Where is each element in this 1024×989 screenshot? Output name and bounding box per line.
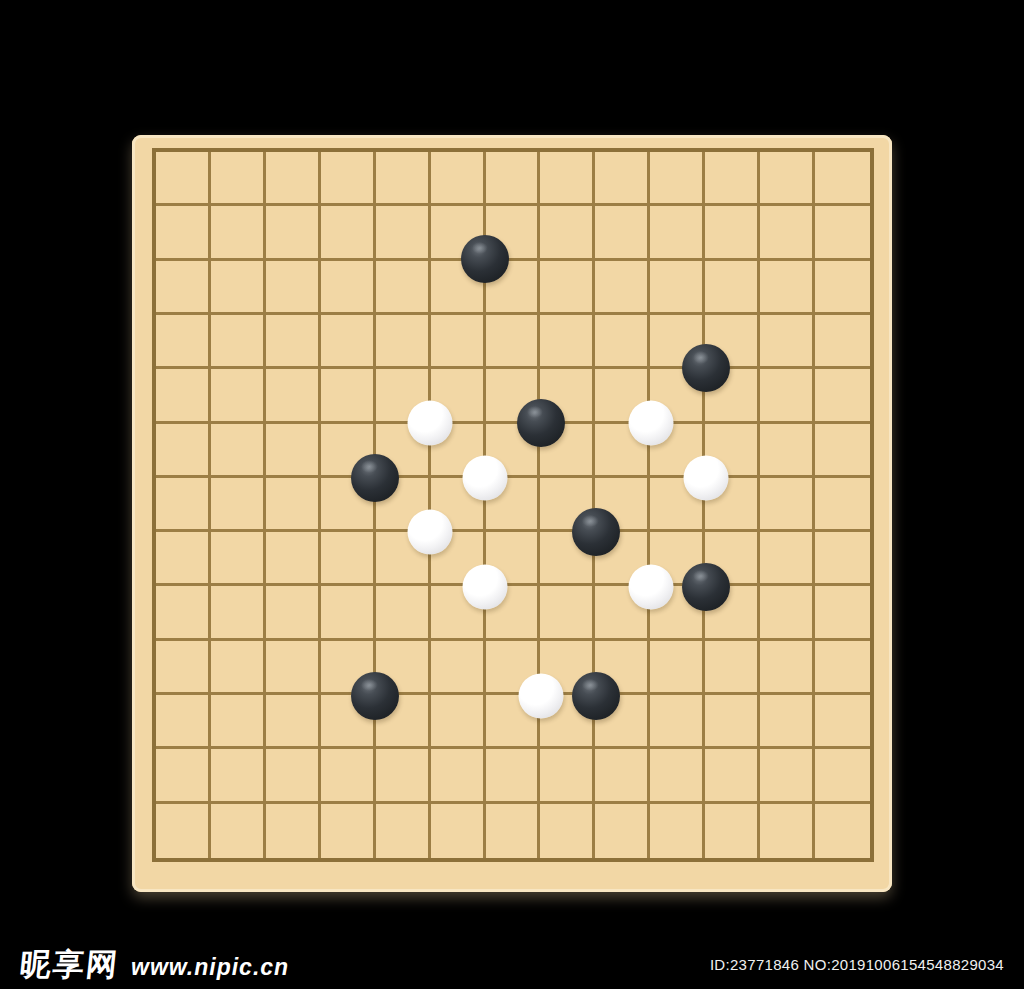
board-cell [156,315,211,369]
board-cell [431,749,486,803]
board-cell [431,369,486,423]
board-cell [540,315,595,369]
board-cell [376,152,431,206]
board-cell [321,206,376,260]
board-cell [211,424,266,478]
board-cell [266,152,321,206]
board-cell [431,261,486,315]
board-cell [376,695,431,749]
board-cell [650,586,705,640]
board-cell [156,369,211,423]
site-url-text: www.nipic.cn [131,954,289,981]
board-cell [321,586,376,640]
board-cell [540,804,595,858]
board-cell [486,206,541,260]
board-cell [321,695,376,749]
board-cell [266,804,321,858]
board-cell [211,586,266,640]
board-cell [156,695,211,749]
board-cell [705,424,760,478]
board-cell [595,261,650,315]
board-cell [760,315,815,369]
board-cell [431,478,486,532]
board-cell [540,424,595,478]
board-cell [760,369,815,423]
board-cell [595,424,650,478]
board-cell [431,586,486,640]
board-cell [321,424,376,478]
board-cell [760,152,815,206]
board-cell [815,315,870,369]
board-cell [705,369,760,423]
board-cell [815,261,870,315]
nipic-logo: 昵享网 www.nipic.cn [20,944,289,986]
board-cell [266,641,321,695]
board-cell [156,152,211,206]
board-cell [266,261,321,315]
board-cell [705,641,760,695]
board-cell [156,749,211,803]
board-cell [321,749,376,803]
board-cell [705,532,760,586]
board-cell [376,749,431,803]
board-cell [760,804,815,858]
board-cell [760,532,815,586]
board-cell [595,532,650,586]
board-cell [595,804,650,858]
board-cell [321,261,376,315]
board-cell [815,804,870,858]
board-cell [760,749,815,803]
board-cell [156,586,211,640]
board-cell [156,804,211,858]
board-cell [815,152,870,206]
board-cell [595,695,650,749]
board-cell [431,532,486,586]
board-cell [431,695,486,749]
board-cell [705,152,760,206]
board-cell [211,261,266,315]
board-cell [376,261,431,315]
board-cell [815,749,870,803]
board-cell [321,532,376,586]
board-cell [705,206,760,260]
board-cell [486,424,541,478]
board-cell [156,206,211,260]
board-cell [650,261,705,315]
board-cell [321,152,376,206]
go-board [132,135,892,892]
board-cell [815,206,870,260]
board-cell [595,315,650,369]
board-cell [156,532,211,586]
board-cell [650,152,705,206]
board-cell [376,315,431,369]
board-cell [266,478,321,532]
board-cell [211,804,266,858]
board-cell [650,478,705,532]
board-cell [486,478,541,532]
board-cell [156,641,211,695]
board-cell [266,532,321,586]
board-cell [211,478,266,532]
board-cell [540,478,595,532]
board-cell [321,804,376,858]
board-cell [321,641,376,695]
board-cell [595,152,650,206]
board-cell [266,206,321,260]
board-cell [486,586,541,640]
board-cell [540,586,595,640]
board-cell [321,315,376,369]
board-cell [486,369,541,423]
board-cell [540,152,595,206]
illustration-canvas: 昵享网 www.nipic.cn ID:23771846 NO:20191006… [0,0,1024,989]
board-cell [595,749,650,803]
board-cell [376,478,431,532]
board-cell [815,586,870,640]
board-cell [650,749,705,803]
board-cell [486,804,541,858]
board-cell [431,315,486,369]
board-cell [650,315,705,369]
board-cell [266,586,321,640]
board-cell [486,261,541,315]
board-cell [156,478,211,532]
board-cell [266,315,321,369]
board-cell [595,641,650,695]
board-cell [760,424,815,478]
image-id-text: ID:23771846 NO:20191006154548829034 [710,956,1004,973]
board-cell [705,586,760,640]
board-cell [705,804,760,858]
board-cell [266,749,321,803]
board-cell [705,315,760,369]
board-cell [486,532,541,586]
board-cell [486,695,541,749]
board-cell [486,152,541,206]
board-cell [760,206,815,260]
board-cell [815,424,870,478]
board-cell [431,804,486,858]
board-cell [815,641,870,695]
board-cell [650,532,705,586]
board-cell [760,478,815,532]
site-name-text: 昵享网 [18,944,121,986]
board-cell [211,641,266,695]
board-cell [486,315,541,369]
board-cell [211,749,266,803]
board-cell [321,369,376,423]
board-cell [595,369,650,423]
board-cell [650,695,705,749]
board-cell [815,478,870,532]
board-cell [705,261,760,315]
board-cell [705,695,760,749]
board-cell [540,206,595,260]
board-cell [266,424,321,478]
board-cell [431,152,486,206]
board-cell [760,695,815,749]
board-cell [321,478,376,532]
board-cell [211,206,266,260]
board-cell [211,695,266,749]
board-cell [211,532,266,586]
board-cell [650,424,705,478]
board-cell [211,315,266,369]
board-cell [211,152,266,206]
board-cell [376,206,431,260]
board-cell [760,641,815,695]
board-cell [650,804,705,858]
board-cell [595,478,650,532]
board-cell [540,369,595,423]
board-grid [152,148,874,862]
board-cell [815,532,870,586]
board-cell [705,749,760,803]
board-cell [156,261,211,315]
watermark-bar: 昵享网 www.nipic.cn ID:23771846 NO:20191006… [0,940,1024,989]
board-cell [595,206,650,260]
board-cell [376,369,431,423]
board-cell [156,424,211,478]
board-cell [431,424,486,478]
board-cell [486,749,541,803]
board-cell [486,641,541,695]
board-cell [266,369,321,423]
board-cell [376,424,431,478]
board-cell [540,261,595,315]
board-cell [376,532,431,586]
board-cell [266,695,321,749]
board-cell [760,586,815,640]
board-cell [431,641,486,695]
board-cell [650,641,705,695]
board-cell [540,749,595,803]
board-cell [815,369,870,423]
board-cell [650,369,705,423]
board-cell [540,532,595,586]
board-cell [540,641,595,695]
board-cell [705,478,760,532]
board-cell [376,586,431,640]
board-cell [760,261,815,315]
board-cell [376,804,431,858]
board-cell [431,206,486,260]
board-cell [211,369,266,423]
board-cell [650,206,705,260]
board-cell [540,695,595,749]
board-cell [595,586,650,640]
board-cell [815,695,870,749]
board-cell [376,641,431,695]
